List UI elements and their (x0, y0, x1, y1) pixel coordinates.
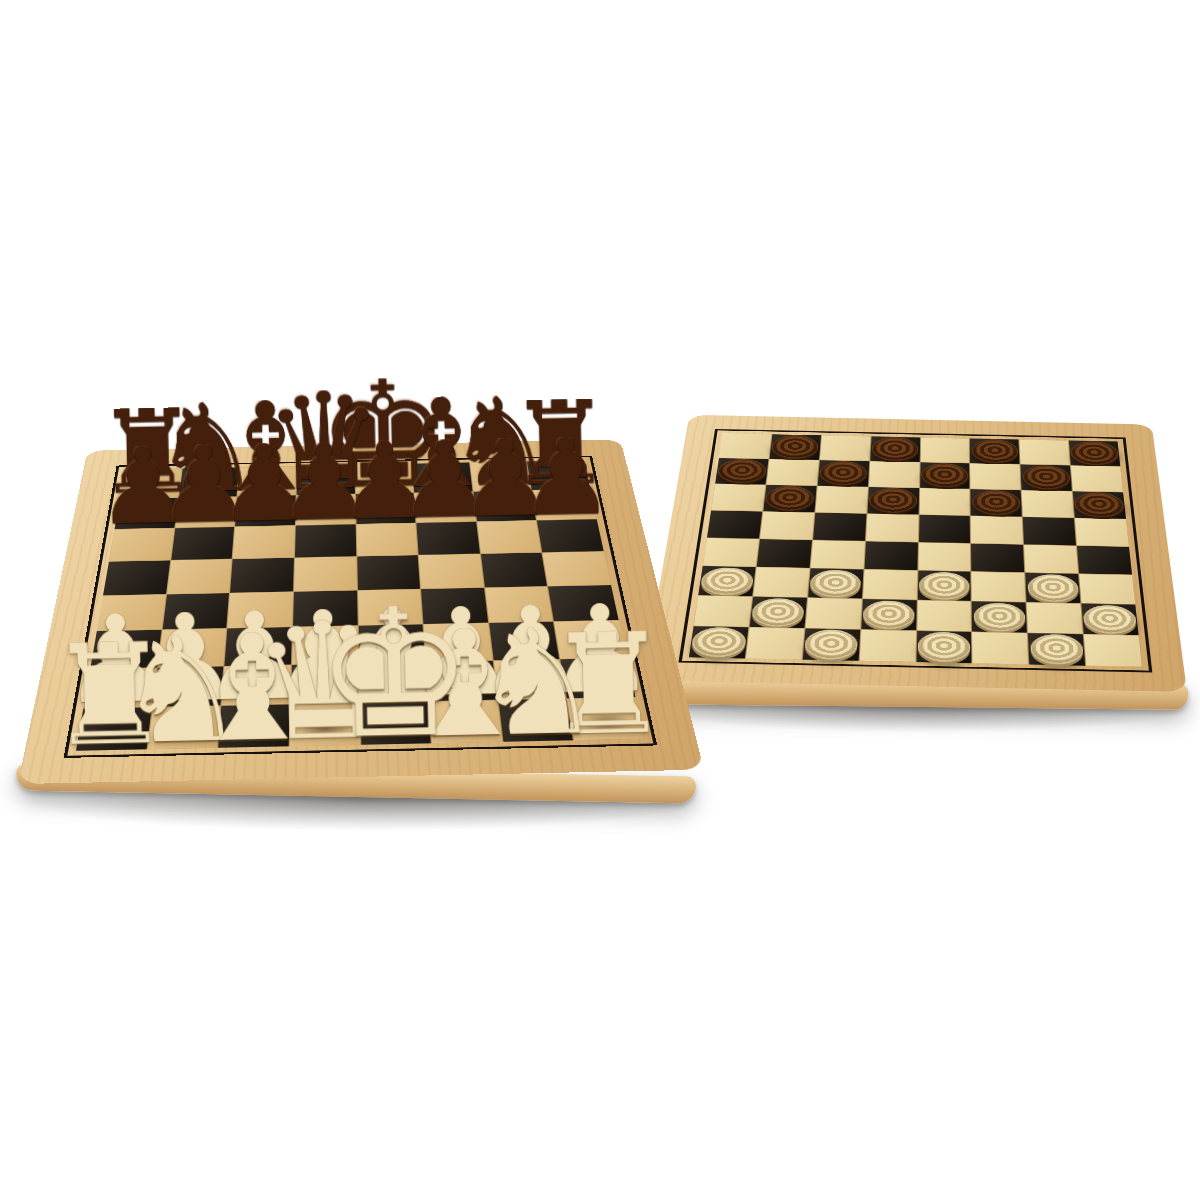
dark-checker-man[interactable] (972, 490, 1021, 516)
light-checker-man[interactable] (809, 569, 862, 598)
checkers-square-r8c2[interactable] (746, 627, 804, 659)
checkers-square-r4c2[interactable] (760, 511, 814, 539)
chess-square-f6[interactable] (417, 522, 480, 555)
white-king[interactable]: ♚ (270, 603, 519, 746)
chess-square-h6[interactable] (537, 519, 603, 552)
checkers-square-r3c8[interactable] (1073, 491, 1126, 518)
checkers-square-r2c6[interactable] (970, 463, 1020, 489)
checkers-square-r6c5[interactable] (917, 571, 971, 601)
chess-square-a6[interactable] (109, 528, 174, 561)
light-checker-man[interactable] (973, 602, 1025, 632)
dark-checker-man[interactable] (717, 459, 767, 484)
checkers-square-r8c3[interactable] (802, 629, 859, 661)
dark-checker-man[interactable] (921, 463, 969, 488)
checkers-square-r1c3[interactable] (820, 435, 871, 460)
product-photo-stage: ♜♞♝♛♚♝♞♜♟♟♟♟♟♟♟♟♟♟♟♟♟♟♟♟♜♞♝♛♚♝♞♜ (0, 0, 1200, 1200)
checkers-square-r6c1[interactable] (698, 566, 755, 596)
black-pawn[interactable]: ♟ (461, 435, 671, 521)
chess-square-e1[interactable]: ♚ (360, 702, 431, 745)
light-checker-man[interactable] (917, 632, 970, 663)
chess-square-h7[interactable]: ♟ (532, 489, 596, 520)
checkers-square-r7c2[interactable] (749, 597, 806, 628)
dark-checker-man[interactable] (765, 486, 816, 512)
dark-checker-man[interactable] (871, 437, 918, 461)
checkers-square-r3c6[interactable] (971, 489, 1022, 516)
dark-checker-man[interactable] (819, 461, 868, 486)
dark-checker-man[interactable] (771, 435, 820, 459)
chess-board: ♜♞♝♛♚♝♞♜♟♟♟♟♟♟♟♟♟♟♟♟♟♟♟♟♜♞♝♛♚♝♞♜ (51, 284, 663, 896)
checkers-square-r8c5[interactable] (916, 631, 972, 663)
checkers-board (663, 287, 1173, 797)
checkers-square-r4c6[interactable] (971, 516, 1023, 544)
checkers-square-r8c6[interactable] (972, 632, 1028, 664)
checkers-square-r2c8[interactable] (1071, 466, 1123, 492)
checkers-square-r3c3[interactable] (815, 486, 867, 513)
checkers-square-r4c3[interactable] (813, 513, 866, 541)
chess-playfield-border: ♜♞♝♛♚♝♞♜♟♟♟♟♟♟♟♟♟♟♟♟♟♟♟♟♜♞♝♛♚♝♞♜ (64, 456, 658, 758)
checkers-square-r1c8[interactable] (1069, 441, 1120, 467)
checkers-square-r8c4[interactable] (859, 630, 915, 662)
checkers-square-r1c4[interactable] (870, 436, 920, 461)
checkers-square-r6c3[interactable] (808, 569, 863, 599)
checkers-square-r1c5[interactable] (920, 437, 969, 462)
checkers-square-r4c4[interactable] (866, 514, 918, 542)
checkers-square-r2c1[interactable] (715, 458, 768, 484)
light-checker-man[interactable] (862, 600, 915, 630)
chess-square-g6[interactable] (477, 521, 542, 554)
checkers-square-r3c5[interactable] (919, 488, 970, 515)
dark-checker-man[interactable] (971, 439, 1018, 463)
checkers-square-r7c6[interactable] (972, 601, 1027, 632)
light-checker-man[interactable] (751, 598, 805, 628)
light-checker-man[interactable] (1027, 574, 1079, 603)
light-checker-man[interactable] (1083, 605, 1137, 635)
chess-board-grid: ♜♞♝♛♚♝♞♜♟♟♟♟♟♟♟♟♟♟♟♟♟♟♟♟♜♞♝♛♚♝♞♜ (76, 460, 644, 751)
checkers-square-r7c5[interactable] (917, 600, 972, 631)
chess-square-d6[interactable] (295, 524, 356, 557)
checkers-square-r6c6[interactable] (972, 572, 1026, 602)
checkers-square-r6c7[interactable] (1026, 573, 1081, 603)
dark-checker-man[interactable] (1022, 465, 1071, 490)
light-checker-man[interactable] (804, 629, 859, 660)
checkers-square-r2c3[interactable] (817, 460, 868, 486)
dark-checker-man[interactable] (1070, 441, 1119, 465)
light-checker-man[interactable] (919, 572, 970, 601)
checkers-square-r8c8[interactable] (1084, 634, 1142, 666)
checkers-square-r7c3[interactable] (805, 598, 861, 629)
chess-square-c6[interactable] (233, 526, 295, 559)
chess-board-surface: ♜♞♝♛♚♝♞♜♟♟♟♟♟♟♟♟♟♟♟♟♟♟♟♟♜♞♝♛♚♝♞♜ (18, 439, 704, 784)
checkers-square-r6c2[interactable] (753, 567, 809, 597)
checkers-square-r7c4[interactable] (861, 599, 916, 630)
checkers-square-r1c7[interactable] (1020, 439, 1070, 465)
chess-board-frame: ♜♞♝♛♚♝♞♜♟♟♟♟♟♟♟♟♟♟♟♟♟♟♟♟♜♞♝♛♚♝♞♜ (18, 439, 704, 784)
checkers-square-r6c4[interactable] (863, 570, 917, 600)
checkers-square-r4c7[interactable] (1023, 517, 1076, 545)
light-checker-man[interactable] (1030, 634, 1084, 665)
checkers-square-r4c8[interactable] (1075, 518, 1129, 546)
checkers-square-r8c7[interactable] (1028, 633, 1085, 665)
checkers-playfield-border (678, 429, 1152, 673)
checkers-square-r3c1[interactable] (711, 484, 765, 511)
checkers-square-r6c8[interactable] (1079, 574, 1135, 604)
checkers-square-r2c7[interactable] (1021, 464, 1072, 490)
chess-square-b6[interactable] (171, 527, 234, 560)
checkers-square-r5c3[interactable] (810, 540, 864, 569)
checkers-square-r3c4[interactable] (867, 487, 919, 514)
checkers-square-r7c8[interactable] (1082, 604, 1139, 635)
light-checker-man[interactable] (700, 567, 754, 596)
checkers-square-r7c7[interactable] (1027, 603, 1083, 634)
checkers-square-r4c5[interactable] (919, 515, 971, 543)
checkers-square-r3c7[interactable] (1022, 490, 1074, 517)
checkers-square-r3c2[interactable] (763, 485, 816, 512)
chess-square-e6[interactable] (356, 523, 418, 556)
checkers-square-r4c1[interactable] (707, 510, 762, 538)
checkers-square-r2c2[interactable] (766, 459, 818, 485)
